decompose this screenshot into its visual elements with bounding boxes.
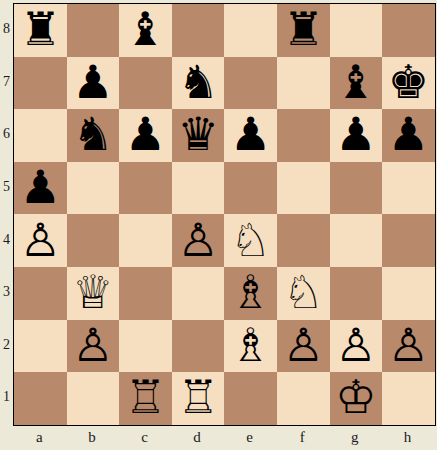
square-e7[interactable]: [224, 57, 277, 110]
square-f3[interactable]: ♘: [277, 267, 330, 320]
piece-white-bishop: ♗: [230, 267, 271, 318]
square-f5[interactable]: [277, 162, 330, 215]
rank-labels: 87654321: [0, 3, 13, 425]
piece-white-pawn: ♙: [20, 214, 61, 265]
piece-black-bishop: ♝: [335, 57, 376, 108]
square-g6[interactable]: ♟: [330, 109, 383, 162]
rank-label-6: 6: [0, 108, 13, 161]
square-h6[interactable]: ♟: [382, 109, 435, 162]
square-h1[interactable]: [382, 372, 435, 425]
square-d1[interactable]: ♖: [172, 372, 225, 425]
square-c8[interactable]: ♝: [119, 4, 172, 57]
square-g1[interactable]: ♔: [330, 372, 383, 425]
square-e5[interactable]: [224, 162, 277, 215]
square-h7[interactable]: ♚: [382, 57, 435, 110]
square-d5[interactable]: [172, 162, 225, 215]
square-d6[interactable]: ♛: [172, 109, 225, 162]
square-b1[interactable]: [67, 372, 120, 425]
piece-black-rook: ♜: [283, 4, 324, 55]
piece-white-rook: ♖: [177, 372, 218, 423]
square-e6[interactable]: ♟: [224, 109, 277, 162]
square-a7[interactable]: [14, 57, 67, 110]
square-e2[interactable]: ♗: [224, 320, 277, 373]
piece-white-rook: ♖: [125, 372, 166, 423]
square-g2[interactable]: ♙: [330, 320, 383, 373]
piece-white-queen: ♕: [72, 267, 113, 318]
piece-white-pawn: ♙: [72, 320, 113, 371]
square-e4[interactable]: ♘: [224, 214, 277, 267]
square-b8[interactable]: [67, 4, 120, 57]
square-h2[interactable]: ♙: [382, 320, 435, 373]
square-f4[interactable]: [277, 214, 330, 267]
file-label-g: g: [329, 425, 382, 450]
chess-board: ♜♝♜♟♞♝♚♞♟♛♟♟♟♟♙♙♘♕♗♘♙♗♙♙♙♖♖♔: [13, 3, 436, 426]
square-d8[interactable]: [172, 4, 225, 57]
square-a5[interactable]: ♟: [14, 162, 67, 215]
square-h8[interactable]: [382, 4, 435, 57]
square-c5[interactable]: [119, 162, 172, 215]
file-label-e: e: [223, 425, 276, 450]
square-d2[interactable]: [172, 320, 225, 373]
square-d7[interactable]: ♞: [172, 57, 225, 110]
file-label-f: f: [276, 425, 329, 450]
piece-black-pawn: ♟: [388, 109, 429, 160]
piece-black-knight: ♞: [72, 109, 113, 160]
square-g3[interactable]: [330, 267, 383, 320]
square-a2[interactable]: [14, 320, 67, 373]
piece-white-pawn: ♙: [388, 320, 429, 371]
piece-black-bishop: ♝: [125, 4, 166, 55]
square-g5[interactable]: [330, 162, 383, 215]
rank-label-1: 1: [0, 371, 13, 424]
rank-label-7: 7: [0, 56, 13, 109]
piece-black-pawn: ♟: [125, 109, 166, 160]
file-label-b: b: [66, 425, 119, 450]
rank-label-3: 3: [0, 266, 13, 319]
square-h4[interactable]: [382, 214, 435, 267]
file-label-h: h: [381, 425, 434, 450]
piece-white-pawn: ♙: [335, 320, 376, 371]
file-label-a: a: [13, 425, 66, 450]
piece-black-queen: ♛: [177, 109, 218, 160]
square-h3[interactable]: [382, 267, 435, 320]
square-d3[interactable]: [172, 267, 225, 320]
rank-label-2: 2: [0, 319, 13, 372]
square-g4[interactable]: [330, 214, 383, 267]
square-c6[interactable]: ♟: [119, 109, 172, 162]
piece-black-pawn: ♟: [335, 109, 376, 160]
square-f8[interactable]: ♜: [277, 4, 330, 57]
piece-black-pawn: ♟: [20, 162, 61, 213]
square-c3[interactable]: [119, 267, 172, 320]
square-b4[interactable]: [67, 214, 120, 267]
square-e1[interactable]: [224, 372, 277, 425]
piece-white-knight: ♘: [230, 214, 271, 265]
square-g7[interactable]: ♝: [330, 57, 383, 110]
square-c4[interactable]: [119, 214, 172, 267]
file-label-d: d: [171, 425, 224, 450]
square-a6[interactable]: [14, 109, 67, 162]
square-b6[interactable]: ♞: [67, 109, 120, 162]
square-c7[interactable]: [119, 57, 172, 110]
square-b3[interactable]: ♕: [67, 267, 120, 320]
square-h5[interactable]: [382, 162, 435, 215]
file-label-c: c: [118, 425, 171, 450]
square-d4[interactable]: ♙: [172, 214, 225, 267]
square-f6[interactable]: [277, 109, 330, 162]
square-a1[interactable]: [14, 372, 67, 425]
square-c2[interactable]: [119, 320, 172, 373]
square-c1[interactable]: ♖: [119, 372, 172, 425]
square-a4[interactable]: ♙: [14, 214, 67, 267]
piece-white-bishop: ♗: [230, 320, 271, 371]
piece-white-knight: ♘: [283, 267, 324, 318]
piece-black-king: ♚: [388, 57, 429, 108]
rank-label-5: 5: [0, 161, 13, 214]
piece-black-pawn: ♟: [72, 57, 113, 108]
rank-label-4: 4: [0, 213, 13, 266]
piece-white-king: ♔: [335, 372, 376, 423]
piece-white-pawn: ♙: [177, 214, 218, 265]
square-f7[interactable]: [277, 57, 330, 110]
piece-black-knight: ♞: [177, 57, 218, 108]
square-e3[interactable]: ♗: [224, 267, 277, 320]
piece-black-rook: ♜: [20, 4, 61, 55]
square-a3[interactable]: [14, 267, 67, 320]
file-labels: abcdefgh: [13, 425, 434, 450]
square-e8[interactable]: [224, 4, 277, 57]
square-a8[interactable]: ♜: [14, 4, 67, 57]
square-b7[interactable]: ♟: [67, 57, 120, 110]
square-g8[interactable]: [330, 4, 383, 57]
square-f2[interactable]: ♙: [277, 320, 330, 373]
chess-diagram: 87654321 ♜♝♜♟♞♝♚♞♟♛♟♟♟♟♙♙♘♕♗♘♙♗♙♙♙♖♖♔ ab…: [0, 0, 437, 450]
square-b2[interactable]: ♙: [67, 320, 120, 373]
square-b5[interactable]: [67, 162, 120, 215]
square-f1[interactable]: [277, 372, 330, 425]
piece-black-pawn: ♟: [230, 109, 271, 160]
rank-label-8: 8: [0, 3, 13, 56]
piece-white-pawn: ♙: [283, 320, 324, 371]
